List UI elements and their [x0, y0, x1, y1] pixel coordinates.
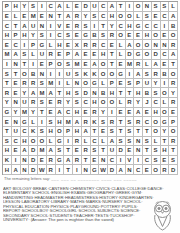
- grid-cell[interactable]: G: [21, 117, 30, 127]
- grid-cell[interactable]: I: [108, 108, 117, 118]
- grid-cell[interactable]: I: [47, 31, 56, 41]
- grid-cell[interactable]: P: [64, 50, 73, 60]
- grid-cell[interactable]: D: [82, 88, 91, 98]
- grid-cell[interactable]: O: [56, 60, 65, 70]
- grid-cell[interactable]: A: [169, 50, 178, 60]
- grid-cell[interactable]: S: [47, 117, 56, 127]
- grid-cell[interactable]: R: [169, 137, 178, 147]
- grid-cell[interactable]: S: [143, 137, 152, 147]
- grid-cell[interactable]: A: [152, 60, 161, 70]
- grid-cell[interactable]: E: [161, 60, 170, 70]
- grid-cell[interactable]: E: [12, 88, 21, 98]
- grid-cell[interactable]: T: [91, 127, 100, 137]
- grid-cell[interactable]: R: [91, 108, 100, 118]
- grid-cell[interactable]: V: [56, 21, 65, 31]
- grid-cell[interactable]: R: [134, 60, 143, 70]
- grid-cell[interactable]: E: [169, 108, 178, 118]
- grid-cell[interactable]: P: [29, 40, 38, 50]
- grid-cell[interactable]: C: [99, 40, 108, 50]
- grid-cell[interactable]: I: [38, 2, 47, 12]
- grid-cell[interactable]: C: [56, 31, 65, 41]
- grid-cell[interactable]: L: [64, 2, 73, 12]
- grid-cell[interactable]: V: [126, 156, 135, 166]
- grid-cell[interactable]: N: [99, 156, 108, 166]
- grid-cell[interactable]: H: [64, 88, 73, 98]
- grid-cell[interactable]: O: [29, 137, 38, 147]
- grid-cell[interactable]: C: [152, 21, 161, 31]
- grid-cell[interactable]: T: [56, 88, 65, 98]
- grid-cell[interactable]: I: [12, 156, 21, 166]
- grid-cell[interactable]: I: [134, 156, 143, 166]
- grid-cell[interactable]: A: [108, 2, 117, 12]
- grid-cell[interactable]: L: [143, 60, 152, 70]
- grid-cell[interactable]: I: [21, 40, 30, 50]
- grid-cell[interactable]: S: [126, 127, 135, 137]
- grid-cell[interactable]: O: [169, 69, 178, 79]
- grid-cell[interactable]: H: [3, 146, 12, 156]
- grid-cell[interactable]: A: [56, 108, 65, 118]
- grid-cell[interactable]: R: [73, 137, 82, 147]
- grid-cell[interactable]: C: [152, 98, 161, 108]
- grid-cell[interactable]: I: [117, 156, 126, 166]
- grid-cell[interactable]: O: [134, 2, 143, 12]
- grid-cell[interactable]: R: [29, 79, 38, 89]
- grid-cell[interactable]: A: [108, 137, 117, 147]
- grid-cell[interactable]: H: [3, 165, 12, 175]
- grid-cell[interactable]: S: [21, 50, 30, 60]
- grid-cell[interactable]: D: [29, 146, 38, 156]
- grid-cell[interactable]: R: [82, 117, 91, 127]
- grid-cell[interactable]: T: [3, 79, 12, 89]
- grid-cell[interactable]: A: [29, 88, 38, 98]
- grid-cell[interactable]: N: [12, 98, 21, 108]
- grid-cell[interactable]: N: [12, 60, 21, 70]
- grid-cell[interactable]: H: [3, 31, 12, 41]
- grid-cell[interactable]: B: [99, 88, 108, 98]
- grid-cell[interactable]: L: [29, 117, 38, 127]
- grid-cell[interactable]: C: [82, 98, 91, 108]
- grid-cell[interactable]: Y: [152, 79, 161, 89]
- grid-cell[interactable]: W: [99, 165, 108, 175]
- grid-cell[interactable]: S: [91, 146, 100, 156]
- grid-cell[interactable]: N: [38, 69, 47, 79]
- grid-cell[interactable]: I: [3, 60, 12, 70]
- grid-cell[interactable]: E: [38, 60, 47, 70]
- grid-cell[interactable]: S: [152, 146, 161, 156]
- grid-cell[interactable]: M: [38, 88, 47, 98]
- grid-cell[interactable]: C: [12, 137, 21, 147]
- grid-cell[interactable]: L: [152, 137, 161, 147]
- grid-cell[interactable]: H: [47, 127, 56, 137]
- grid-cell[interactable]: E: [56, 50, 65, 60]
- grid-cell[interactable]: T: [38, 108, 47, 118]
- grid-cell[interactable]: L: [29, 50, 38, 60]
- grid-cell[interactable]: E: [12, 146, 21, 156]
- grid-cell[interactable]: K: [91, 69, 100, 79]
- grid-cell[interactable]: S: [73, 69, 82, 79]
- grid-cell[interactable]: T: [12, 69, 21, 79]
- grid-cell[interactable]: E: [73, 31, 82, 41]
- grid-cell[interactable]: N: [161, 40, 170, 50]
- grid-cell[interactable]: C: [143, 21, 152, 31]
- grid-cell[interactable]: O: [169, 127, 178, 137]
- grid-cell[interactable]: G: [56, 156, 65, 166]
- grid-cell[interactable]: O: [82, 79, 91, 89]
- grid-cell[interactable]: L: [99, 137, 108, 147]
- grid-cell[interactable]: R: [91, 40, 100, 50]
- grid-cell[interactable]: Y: [161, 127, 170, 137]
- grid-cell[interactable]: S: [161, 2, 170, 12]
- grid-cell[interactable]: H: [108, 88, 117, 98]
- grid-cell[interactable]: U: [38, 50, 47, 60]
- grid-cell[interactable]: D: [82, 2, 91, 12]
- grid-cell[interactable]: R: [73, 12, 82, 22]
- grid-cell[interactable]: C: [143, 117, 152, 127]
- grid-cell[interactable]: E: [117, 79, 126, 89]
- grid-cell[interactable]: T: [169, 146, 178, 156]
- grid-cell[interactable]: U: [64, 69, 73, 79]
- grid-cell[interactable]: A: [21, 146, 30, 156]
- grid-cell[interactable]: T: [117, 2, 126, 12]
- grid-cell[interactable]: H: [73, 108, 82, 118]
- grid-cell[interactable]: Y: [29, 31, 38, 41]
- grid-cell[interactable]: I: [126, 2, 135, 12]
- grid-cell[interactable]: M: [38, 146, 47, 156]
- grid-cell[interactable]: C: [47, 2, 56, 12]
- grid-cell[interactable]: Y: [99, 108, 108, 118]
- grid-cell[interactable]: K: [82, 69, 91, 79]
- grid-cell[interactable]: O: [152, 165, 161, 175]
- grid-cell[interactable]: Y: [134, 98, 143, 108]
- grid-cell[interactable]: D: [108, 165, 117, 175]
- grid-cell[interactable]: G: [82, 31, 91, 41]
- grid-cell[interactable]: S: [126, 137, 135, 147]
- grid-cell[interactable]: S: [152, 156, 161, 166]
- grid-cell[interactable]: M: [126, 60, 135, 70]
- grid-cell[interactable]: H: [91, 98, 100, 108]
- grid-cell[interactable]: R: [47, 165, 56, 175]
- grid-cell[interactable]: G: [91, 79, 100, 89]
- grid-cell[interactable]: H: [152, 108, 161, 118]
- grid-cell[interactable]: D: [117, 146, 126, 156]
- grid-cell[interactable]: C: [99, 12, 108, 22]
- grid-cell[interactable]: N: [47, 12, 56, 22]
- grid-cell[interactable]: O: [108, 69, 117, 79]
- grid-cell[interactable]: C: [91, 137, 100, 147]
- grid-cell[interactable]: O: [21, 69, 30, 79]
- grid-cell[interactable]: O: [134, 40, 143, 50]
- grid-cell[interactable]: L: [117, 50, 126, 60]
- grid-cell[interactable]: A: [12, 165, 21, 175]
- grid-cell[interactable]: T: [134, 127, 143, 137]
- grid-cell[interactable]: G: [134, 50, 143, 60]
- grid-cell[interactable]: H: [134, 88, 143, 98]
- grid-cell[interactable]: E: [134, 31, 143, 41]
- grid-cell[interactable]: E: [47, 98, 56, 108]
- grid-cell[interactable]: O: [152, 117, 161, 127]
- grid-cell[interactable]: A: [56, 2, 65, 12]
- grid-cell[interactable]: T: [108, 50, 117, 60]
- grid-cell[interactable]: B: [91, 31, 100, 41]
- grid-cell[interactable]: I: [56, 79, 65, 89]
- grid-cell[interactable]: T: [126, 88, 135, 98]
- grid-cell[interactable]: G: [91, 165, 100, 175]
- grid-cell[interactable]: D: [169, 165, 178, 175]
- grid-cell[interactable]: L: [47, 137, 56, 147]
- grid-cell[interactable]: T: [64, 146, 73, 156]
- grid-cell[interactable]: J: [143, 98, 152, 108]
- grid-cell[interactable]: O: [38, 137, 47, 147]
- grid-cell[interactable]: S: [56, 146, 65, 156]
- grid-cell[interactable]: A: [47, 146, 56, 156]
- grid-cell[interactable]: Y: [64, 98, 73, 108]
- grid-cell[interactable]: I: [47, 69, 56, 79]
- grid-cell[interactable]: T: [56, 12, 65, 22]
- grid-cell[interactable]: A: [73, 50, 82, 60]
- grid-cell[interactable]: L: [134, 12, 143, 22]
- grid-cell[interactable]: O: [99, 60, 108, 70]
- grid-cell[interactable]: E: [152, 12, 161, 22]
- grid-cell[interactable]: R: [169, 40, 178, 50]
- grid-cell[interactable]: W: [38, 165, 47, 175]
- grid-cell[interactable]: R: [73, 156, 82, 166]
- grid-cell[interactable]: S: [73, 98, 82, 108]
- grid-cell[interactable]: L: [12, 12, 21, 22]
- grid-cell[interactable]: R: [161, 165, 170, 175]
- grid-cell[interactable]: U: [91, 2, 100, 12]
- grid-cell[interactable]: U: [143, 79, 152, 89]
- grid-cell[interactable]: H: [99, 50, 108, 60]
- grid-cell[interactable]: O: [161, 88, 170, 98]
- grid-cell[interactable]: C: [143, 156, 152, 166]
- grid-cell[interactable]: I: [161, 21, 170, 31]
- grid-cell[interactable]: B: [161, 69, 170, 79]
- grid-cell[interactable]: A: [73, 117, 82, 127]
- grid-cell[interactable]: R: [169, 79, 178, 89]
- grid-cell[interactable]: T: [169, 60, 178, 70]
- grid-cell[interactable]: T: [12, 21, 21, 31]
- grid-cell[interactable]: G: [117, 69, 126, 79]
- grid-cell[interactable]: S: [152, 88, 161, 98]
- grid-cell[interactable]: E: [64, 21, 73, 31]
- grid-cell[interactable]: R: [108, 117, 117, 127]
- grid-cell[interactable]: A: [82, 127, 91, 137]
- grid-cell[interactable]: L: [169, 2, 178, 12]
- grid-cell[interactable]: I: [47, 21, 56, 31]
- grid-cell[interactable]: O: [117, 31, 126, 41]
- grid-cell[interactable]: M: [47, 79, 56, 89]
- grid-cell[interactable]: U: [108, 146, 117, 156]
- grid-cell[interactable]: G: [56, 137, 65, 147]
- grid-cell[interactable]: L: [47, 40, 56, 50]
- grid-cell[interactable]: O: [143, 40, 152, 50]
- grid-cell[interactable]: C: [161, 50, 170, 60]
- grid-cell[interactable]: R: [108, 31, 117, 41]
- grid-cell[interactable]: G: [161, 117, 170, 127]
- grid-cell[interactable]: D: [29, 165, 38, 175]
- grid-cell[interactable]: R: [3, 88, 12, 98]
- grid-cell[interactable]: R: [56, 98, 65, 108]
- grid-cell[interactable]: S: [126, 117, 135, 127]
- grid-cell[interactable]: N: [152, 40, 161, 50]
- grid-cell[interactable]: A: [169, 12, 178, 22]
- grid-cell[interactable]: G: [38, 40, 47, 50]
- grid-cell[interactable]: E: [161, 31, 170, 41]
- grid-cell[interactable]: T: [82, 156, 91, 166]
- grid-cell[interactable]: O: [161, 108, 170, 118]
- grid-cell[interactable]: E: [12, 79, 21, 89]
- grid-cell[interactable]: O: [99, 69, 108, 79]
- grid-cell[interactable]: S: [64, 60, 73, 70]
- grid-cell[interactable]: O: [143, 50, 152, 60]
- grid-cell[interactable]: R: [82, 40, 91, 50]
- grid-cell[interactable]: O: [117, 12, 126, 22]
- grid-cell[interactable]: H: [56, 117, 65, 127]
- grid-cell[interactable]: H: [73, 127, 82, 137]
- grid-cell[interactable]: S: [38, 98, 47, 108]
- grid-cell[interactable]: C: [117, 21, 126, 31]
- grid-cell[interactable]: I: [29, 60, 38, 70]
- grid-cell[interactable]: D: [152, 50, 161, 60]
- grid-cell[interactable]: E: [73, 146, 82, 156]
- grid-cell[interactable]: T: [143, 127, 152, 137]
- grid-cell[interactable]: S: [143, 12, 152, 22]
- grid-cell[interactable]: K: [29, 127, 38, 137]
- grid-cell[interactable]: I: [126, 69, 135, 79]
- grid-cell[interactable]: E: [143, 108, 152, 118]
- grid-cell[interactable]: Y: [21, 88, 30, 98]
- grid-cell[interactable]: N: [12, 117, 21, 127]
- grid-cell[interactable]: L: [64, 79, 73, 89]
- grid-cell[interactable]: T: [117, 127, 126, 137]
- grid-cell[interactable]: N: [126, 165, 135, 175]
- grid-cell[interactable]: E: [117, 60, 126, 70]
- grid-cell[interactable]: L: [117, 40, 126, 50]
- grid-cell[interactable]: Y: [108, 21, 117, 31]
- grid-cell[interactable]: C: [21, 127, 30, 137]
- grid-cell[interactable]: S: [108, 127, 117, 137]
- grid-cell[interactable]: E: [38, 12, 47, 22]
- grid-cell[interactable]: O: [108, 98, 117, 108]
- grid-cell[interactable]: A: [134, 69, 143, 79]
- grid-cell[interactable]: E: [21, 12, 30, 22]
- grid-cell[interactable]: P: [3, 2, 12, 12]
- grid-cell[interactable]: E: [91, 50, 100, 60]
- grid-cell[interactable]: T: [21, 60, 30, 70]
- grid-cell[interactable]: M: [3, 50, 12, 60]
- grid-cell[interactable]: U: [12, 127, 21, 137]
- grid-cell[interactable]: N: [143, 2, 152, 12]
- grid-cell[interactable]: E: [126, 31, 135, 41]
- grid-cell[interactable]: S: [3, 69, 12, 79]
- grid-cell[interactable]: A: [12, 50, 21, 60]
- grid-cell[interactable]: S: [99, 31, 108, 41]
- grid-cell[interactable]: R: [126, 98, 135, 108]
- grid-cell[interactable]: I: [73, 165, 82, 175]
- grid-cell[interactable]: C: [12, 40, 21, 50]
- grid-cell[interactable]: R: [21, 79, 30, 89]
- grid-cell[interactable]: S: [3, 137, 12, 147]
- grid-cell[interactable]: C: [3, 21, 12, 31]
- grid-cell[interactable]: D: [126, 50, 135, 60]
- grid-cell[interactable]: S: [73, 88, 82, 98]
- grid-cell[interactable]: P: [134, 79, 143, 89]
- grid-cell[interactable]: S: [152, 2, 161, 12]
- grid-cell[interactable]: S: [64, 31, 73, 41]
- grid-cell[interactable]: M: [29, 12, 38, 22]
- grid-cell[interactable]: Y: [169, 88, 178, 98]
- grid-cell[interactable]: G: [134, 21, 143, 31]
- grid-cell[interactable]: A: [126, 40, 135, 50]
- grid-cell[interactable]: E: [47, 108, 56, 118]
- grid-cell[interactable]: E: [108, 40, 117, 50]
- grid-cell[interactable]: B: [29, 69, 38, 79]
- grid-cell[interactable]: E: [117, 108, 126, 118]
- grid-cell[interactable]: K: [3, 156, 12, 166]
- grid-cell[interactable]: T: [99, 146, 108, 156]
- grid-cell[interactable]: T: [64, 165, 73, 175]
- grid-cell[interactable]: Y: [12, 108, 21, 118]
- grid-cell[interactable]: O: [152, 127, 161, 137]
- grid-cell[interactable]: A: [47, 88, 56, 98]
- grid-cell[interactable]: E: [38, 156, 47, 166]
- grid-cell[interactable]: H: [161, 146, 170, 156]
- grid-cell[interactable]: E: [82, 50, 91, 60]
- grid-cell[interactable]: I: [64, 137, 73, 147]
- grid-cell[interactable]: S: [38, 127, 47, 137]
- grid-cell[interactable]: N: [134, 137, 143, 147]
- grid-cell[interactable]: E: [82, 60, 91, 70]
- grid-cell[interactable]: C: [64, 108, 73, 118]
- grid-cell[interactable]: S: [91, 12, 100, 22]
- grid-cell[interactable]: U: [29, 21, 38, 31]
- grid-cell[interactable]: B: [143, 88, 152, 98]
- grid-cell[interactable]: N: [82, 165, 91, 175]
- grid-cell[interactable]: T: [108, 60, 117, 70]
- grid-cell[interactable]: C: [99, 2, 108, 12]
- grid-cell[interactable]: S: [117, 137, 126, 147]
- grid-cell[interactable]: E: [161, 156, 170, 166]
- grid-cell[interactable]: R: [82, 146, 91, 156]
- grid-cell[interactable]: Y: [21, 2, 30, 12]
- grid-cell[interactable]: S: [126, 79, 135, 89]
- grid-cell[interactable]: E: [64, 40, 73, 50]
- grid-cell[interactable]: N: [21, 165, 30, 175]
- grid-cell[interactable]: O: [56, 127, 65, 137]
- grid-cell[interactable]: E: [143, 165, 152, 175]
- grid-cell[interactable]: I: [56, 165, 65, 175]
- grid-cell[interactable]: D: [29, 156, 38, 166]
- grid-cell[interactable]: I: [38, 117, 47, 127]
- grid-cell[interactable]: L: [82, 137, 91, 147]
- grid-cell[interactable]: O: [126, 12, 135, 22]
- grid-cell[interactable]: C: [134, 165, 143, 175]
- grid-cell[interactable]: E: [3, 12, 12, 22]
- grid-cell[interactable]: H: [21, 137, 30, 147]
- grid-cell[interactable]: A: [64, 12, 73, 22]
- grid-cell[interactable]: I: [91, 21, 100, 31]
- grid-cell[interactable]: S: [169, 156, 178, 166]
- grid-cell[interactable]: S: [38, 79, 47, 89]
- grid-cell[interactable]: N: [134, 146, 143, 156]
- grid-cell[interactable]: R: [29, 98, 38, 108]
- grid-cell[interactable]: N: [38, 21, 47, 31]
- grid-cell[interactable]: K: [91, 117, 100, 127]
- grid-cell[interactable]: O: [169, 31, 178, 41]
- grid-cell[interactable]: R: [134, 117, 143, 127]
- grid-cell[interactable]: N: [21, 156, 30, 166]
- grid-cell[interactable]: S: [99, 117, 108, 127]
